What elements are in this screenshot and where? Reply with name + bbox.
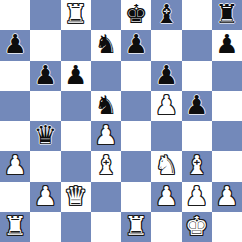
square-a4[interactable] — [0, 121, 30, 151]
square-f6[interactable]: ♟ — [151, 61, 181, 91]
white-pawn[interactable]: ♟ — [185, 183, 208, 209]
square-g5[interactable]: ♟ — [182, 91, 212, 121]
square-g1[interactable]: ♚ — [182, 212, 212, 242]
square-a1[interactable]: ♜ — [0, 212, 30, 242]
square-b6[interactable]: ♟ — [30, 61, 60, 91]
black-bishop[interactable]: ♝ — [155, 1, 178, 27]
black-pawn[interactable]: ♟ — [124, 31, 147, 57]
square-b3[interactable] — [30, 151, 60, 181]
black-king[interactable]: ♚ — [124, 1, 147, 27]
square-e6[interactable] — [121, 61, 151, 91]
square-b8[interactable] — [30, 0, 60, 30]
square-e4[interactable] — [121, 121, 151, 151]
square-g2[interactable]: ♟ — [182, 182, 212, 212]
square-e2[interactable] — [121, 182, 151, 212]
white-pawn[interactable]: ♟ — [3, 152, 26, 178]
square-c3[interactable] — [61, 151, 91, 181]
square-c1[interactable] — [61, 212, 91, 242]
square-a5[interactable] — [0, 91, 30, 121]
square-c5[interactable] — [61, 91, 91, 121]
black-pawn[interactable]: ♟ — [64, 62, 87, 88]
square-h7[interactable]: ♟ — [212, 30, 242, 60]
square-d7[interactable]: ♞ — [91, 30, 121, 60]
square-f4[interactable] — [151, 121, 181, 151]
square-c4[interactable] — [61, 121, 91, 151]
square-f2[interactable]: ♟ — [151, 182, 181, 212]
square-d3[interactable]: ♝ — [91, 151, 121, 181]
square-b7[interactable] — [30, 30, 60, 60]
white-rook[interactable]: ♜ — [124, 213, 147, 239]
square-e7[interactable]: ♟ — [121, 30, 151, 60]
white-rook[interactable]: ♜ — [3, 213, 26, 239]
black-pawn[interactable]: ♟ — [3, 31, 26, 57]
white-bishop[interactable]: ♝ — [94, 152, 117, 178]
black-rook[interactable]: ♜ — [215, 1, 238, 27]
square-e3[interactable] — [121, 151, 151, 181]
square-f1[interactable] — [151, 212, 181, 242]
white-pawn[interactable]: ♟ — [34, 183, 57, 209]
square-h2[interactable]: ♟ — [212, 182, 242, 212]
square-d5[interactable]: ♞ — [91, 91, 121, 121]
square-b2[interactable]: ♟ — [30, 182, 60, 212]
square-h3[interactable] — [212, 151, 242, 181]
square-f3[interactable]: ♞ — [151, 151, 181, 181]
square-h6[interactable] — [212, 61, 242, 91]
square-g4[interactable] — [182, 121, 212, 151]
square-h5[interactable] — [212, 91, 242, 121]
square-e5[interactable] — [121, 91, 151, 121]
square-a6[interactable] — [0, 61, 30, 91]
white-pawn[interactable]: ♟ — [155, 183, 178, 209]
square-g3[interactable]: ♝ — [182, 151, 212, 181]
white-pawn[interactable]: ♟ — [155, 92, 178, 118]
white-knight[interactable]: ♞ — [155, 152, 178, 178]
white-pawn[interactable]: ♟ — [215, 183, 238, 209]
square-a7[interactable]: ♟ — [0, 30, 30, 60]
white-rook[interactable]: ♜ — [64, 1, 87, 27]
black-pawn[interactable]: ♟ — [155, 62, 178, 88]
black-pawn[interactable]: ♟ — [185, 92, 208, 118]
white-queen[interactable]: ♛ — [64, 183, 87, 209]
square-c6[interactable]: ♟ — [61, 61, 91, 91]
square-a8[interactable] — [0, 0, 30, 30]
square-g7[interactable] — [182, 30, 212, 60]
chess-board: ♜♚♝♜♟♞♟♟♟♟♟♞♟♟♛♟♟♝♞♝♟♛♟♟♟♜♜♚ — [0, 0, 242, 242]
square-d1[interactable] — [91, 212, 121, 242]
square-e1[interactable]: ♜ — [121, 212, 151, 242]
square-d2[interactable] — [91, 182, 121, 212]
square-f5[interactable]: ♟ — [151, 91, 181, 121]
square-f7[interactable] — [151, 30, 181, 60]
square-e8[interactable]: ♚ — [121, 0, 151, 30]
black-pawn[interactable]: ♟ — [34, 62, 57, 88]
square-d4[interactable]: ♟ — [91, 121, 121, 151]
black-queen[interactable]: ♛ — [34, 122, 57, 148]
black-pawn[interactable]: ♟ — [215, 31, 238, 57]
square-d6[interactable] — [91, 61, 121, 91]
white-bishop[interactable]: ♝ — [185, 152, 208, 178]
white-king[interactable]: ♚ — [185, 213, 208, 239]
square-c7[interactable] — [61, 30, 91, 60]
square-h1[interactable] — [212, 212, 242, 242]
square-c2[interactable]: ♛ — [61, 182, 91, 212]
square-c8[interactable]: ♜ — [61, 0, 91, 30]
square-b4[interactable]: ♛ — [30, 121, 60, 151]
square-b1[interactable] — [30, 212, 60, 242]
black-knight[interactable]: ♞ — [94, 31, 117, 57]
square-b5[interactable] — [30, 91, 60, 121]
black-knight[interactable]: ♞ — [94, 92, 117, 118]
square-h8[interactable]: ♜ — [212, 0, 242, 30]
square-h4[interactable] — [212, 121, 242, 151]
square-g6[interactable] — [182, 61, 212, 91]
white-pawn[interactable]: ♟ — [94, 122, 117, 148]
square-f8[interactable]: ♝ — [151, 0, 181, 30]
square-a3[interactable]: ♟ — [0, 151, 30, 181]
square-a2[interactable] — [0, 182, 30, 212]
square-g8[interactable] — [182, 0, 212, 30]
square-d8[interactable] — [91, 0, 121, 30]
